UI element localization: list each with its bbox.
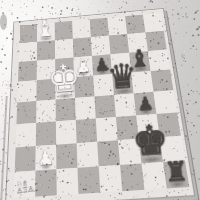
square-g4: ♟ [134,92,157,116]
piece-white-king: ♚ [64,63,65,97]
board-wrapper: ♝♟♟♝♚♛♟♟♚♘♗ ♙♖♙♜ :·:·: [0,0,192,200]
square-h1: ♜ [163,161,189,189]
piece-black-pawn: ♟ [144,95,146,112]
square-b4 [36,99,56,122]
square-b1 [35,169,57,196]
piece-black-king: ♚ [147,121,152,161]
square-c5: ♚ [55,77,75,99]
chess-board: ♝♟♟♝♚♛♟♟♚♘♗ ♙♖♙♜ :·:·: [5,8,196,200]
square-c3 [56,120,77,145]
square-b2: ♟ [35,145,56,171]
square-a3 [16,123,36,148]
chessboard-photo: ♝♟♟♝♚♛♟♟♚♘♗ ♙♖♙♜ :·:·: [0,0,200,200]
square-d8 [72,19,91,38]
square-c4 [56,98,76,121]
square-b3 [36,121,56,146]
square-f5: ♛ [112,73,134,95]
square-c1 [56,168,78,195]
piece-black-rook: ♜ [174,158,178,185]
square-h8 [143,13,164,32]
piece-black-queen: ♛ [121,62,124,92]
square-a7 [19,42,37,62]
square-e8 [90,18,109,37]
square-e3 [96,117,118,142]
square-a5 [17,80,36,102]
square-h5 [151,69,174,91]
square-e1 [99,165,123,193]
square-d2 [77,142,99,168]
square-e2 [97,140,120,166]
board-maker-stamp: ♘♗ ♙♖♙ [16,179,33,195]
square-b8: ♝ [37,22,55,41]
square-a1: ♘♗ ♙♖♙ [14,171,36,198]
square-a4 [16,101,36,124]
king-glyph: ♚ [43,59,84,99]
square-d1 [77,166,100,194]
square-a6 [18,61,37,82]
square-f8 [107,16,127,35]
board-grid: ♝♟♟♝♚♛♟♟♚♘♗ ♙♖♙♜ [14,13,189,198]
board-edge-stamp: :·:·: [6,81,11,90]
square-e4 [94,95,115,119]
square-f1 [120,164,144,192]
square-d3 [76,118,97,143]
square-d4 [75,96,96,119]
